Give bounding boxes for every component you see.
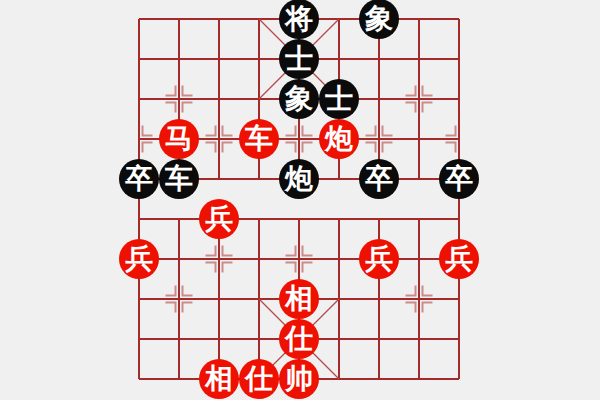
board-point[interactable] (319, 39, 359, 79)
board-point[interactable] (319, 239, 359, 279)
board-point[interactable] (119, 79, 159, 119)
board-point[interactable] (439, 359, 479, 399)
piece-black-elephant[interactable]: 象 (359, 0, 399, 39)
board-point[interactable] (119, 359, 159, 399)
piece-red-general[interactable]: 帅 (279, 359, 319, 399)
board-point[interactable]: 兵 (199, 199, 239, 239)
board-point[interactable] (199, 39, 239, 79)
board-point[interactable]: 卒 (359, 159, 399, 199)
piece-red-soldier[interactable]: 兵 (359, 239, 399, 279)
board-point[interactable] (239, 199, 279, 239)
board-point[interactable] (399, 239, 439, 279)
board-point[interactable] (199, 239, 239, 279)
board-point[interactable]: 兵 (439, 239, 479, 279)
board-point[interactable]: 马 (159, 119, 199, 159)
board-point[interactable] (119, 199, 159, 239)
board-point[interactable] (439, 39, 479, 79)
piece-red-horse[interactable]: 马 (159, 119, 199, 159)
board-point[interactable]: 卒 (439, 159, 479, 199)
board-point[interactable] (159, 359, 199, 399)
board-point[interactable] (439, 79, 479, 119)
board-point[interactable] (239, 159, 279, 199)
piece-black-chariot[interactable]: 车 (159, 159, 199, 199)
piece-red-soldier[interactable]: 兵 (439, 239, 479, 279)
board-point[interactable] (399, 159, 439, 199)
piece-red-cannon[interactable]: 炮 (319, 119, 359, 159)
board-point[interactable] (239, 239, 279, 279)
board-point[interactable]: 兵 (119, 239, 159, 279)
piece-black-general[interactable]: 将 (279, 0, 319, 39)
board-point[interactable] (159, 0, 199, 39)
board-point[interactable] (159, 199, 199, 239)
board-point[interactable] (159, 239, 199, 279)
board-point[interactable]: 车 (239, 119, 279, 159)
board-point[interactable] (319, 319, 359, 359)
piece-red-chariot[interactable]: 车 (239, 119, 279, 159)
piece-red-elephant[interactable]: 相 (279, 279, 319, 319)
board-point[interactable] (239, 279, 279, 319)
board-point[interactable]: 帅 (279, 359, 319, 399)
board-point[interactable] (439, 119, 479, 159)
board-point[interactable] (199, 119, 239, 159)
board-point[interactable]: 仕 (279, 319, 319, 359)
board-point[interactable] (319, 0, 359, 39)
board-point[interactable] (199, 159, 239, 199)
board-point[interactable] (199, 279, 239, 319)
board-point[interactable]: 象 (279, 79, 319, 119)
board-point[interactable] (199, 79, 239, 119)
board-point[interactable] (119, 319, 159, 359)
board-point[interactable]: 车 (159, 159, 199, 199)
piece-black-elephant[interactable]: 象 (279, 79, 319, 119)
board-point[interactable] (239, 79, 279, 119)
piece-black-cannon[interactable]: 炮 (279, 159, 319, 199)
board-point[interactable] (319, 279, 359, 319)
board-point[interactable] (399, 319, 439, 359)
board-point[interactable]: 卒 (119, 159, 159, 199)
board-point[interactable] (119, 119, 159, 159)
board-point[interactable] (439, 319, 479, 359)
board-point[interactable] (119, 39, 159, 79)
board-point[interactable] (359, 119, 399, 159)
board-point[interactable] (399, 79, 439, 119)
board-point[interactable] (239, 319, 279, 359)
board-point[interactable]: 兵 (359, 239, 399, 279)
board-point[interactable] (199, 319, 239, 359)
piece-red-elephant[interactable]: 相 (199, 359, 239, 399)
board-point[interactable]: 相 (199, 359, 239, 399)
piece-black-soldier[interactable]: 卒 (439, 159, 479, 199)
board-point[interactable]: 士 (279, 39, 319, 79)
xiangqi-board: 将象士象士马车炮卒车炮卒卒兵兵兵兵相仕相仕帅 (119, 0, 479, 399)
board-point[interactable]: 炮 (319, 119, 359, 159)
board-point[interactable] (319, 359, 359, 399)
board-point[interactable] (439, 0, 479, 39)
board-point[interactable] (399, 199, 439, 239)
board-point[interactable] (159, 279, 199, 319)
board-point[interactable] (399, 39, 439, 79)
board-point[interactable] (399, 0, 439, 39)
board-point[interactable] (159, 79, 199, 119)
board-point[interactable] (359, 319, 399, 359)
board-point[interactable]: 炮 (279, 159, 319, 199)
board-point[interactable] (319, 199, 359, 239)
board-point[interactable] (159, 319, 199, 359)
board-point[interactable] (319, 159, 359, 199)
board-point[interactable] (359, 199, 399, 239)
piece-red-soldier[interactable]: 兵 (119, 239, 159, 279)
piece-red-soldier[interactable]: 兵 (199, 199, 239, 239)
piece-black-soldier[interactable]: 卒 (119, 159, 159, 199)
board-point[interactable] (119, 0, 159, 39)
board-point[interactable] (359, 359, 399, 399)
board-point[interactable] (239, 39, 279, 79)
piece-red-advisor[interactable]: 仕 (279, 319, 319, 359)
board-point[interactable]: 将 (279, 0, 319, 39)
board-point[interactable] (359, 279, 399, 319)
board-point[interactable]: 相 (279, 279, 319, 319)
board-point[interactable] (399, 279, 439, 319)
piece-black-soldier[interactable]: 卒 (359, 159, 399, 199)
board-point[interactable] (359, 39, 399, 79)
board-point[interactable] (239, 0, 279, 39)
board-point[interactable] (199, 0, 239, 39)
board-point[interactable]: 士 (319, 79, 359, 119)
board-point[interactable] (399, 359, 439, 399)
board-point[interactable] (359, 79, 399, 119)
piece-black-advisor[interactable]: 士 (279, 39, 319, 79)
board-point[interactable] (279, 119, 319, 159)
board-point[interactable] (159, 39, 199, 79)
board-point[interactable]: 象 (359, 0, 399, 39)
board-point[interactable] (279, 239, 319, 279)
xiangqi-app: 将象士象士马车炮卒车炮卒卒兵兵兵兵相仕相仕帅 (0, 0, 600, 400)
board-point[interactable] (439, 279, 479, 319)
board-point[interactable] (399, 119, 439, 159)
piece-red-advisor[interactable]: 仕 (239, 359, 279, 399)
board-point[interactable] (119, 279, 159, 319)
board-point[interactable] (439, 199, 479, 239)
board-point[interactable]: 仕 (239, 359, 279, 399)
piece-black-advisor[interactable]: 士 (319, 79, 359, 119)
board-point[interactable] (279, 199, 319, 239)
